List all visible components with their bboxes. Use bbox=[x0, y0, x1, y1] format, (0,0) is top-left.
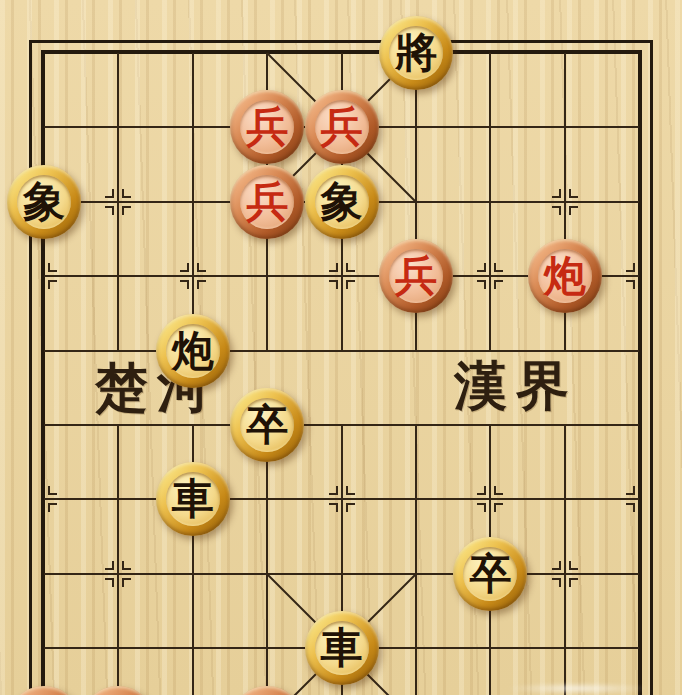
piece-red-soldier-1[interactable]: 兵 bbox=[230, 90, 304, 164]
piece-character: 將 bbox=[395, 32, 437, 74]
piece-face: 兵 bbox=[315, 100, 369, 154]
piece-face: 象 bbox=[17, 175, 71, 229]
piece-face: 將 bbox=[389, 26, 443, 80]
piece-black-elephant-1[interactable]: 象 bbox=[7, 165, 81, 239]
piece-face: 炮 bbox=[166, 324, 220, 378]
piece-character: 象 bbox=[321, 181, 363, 223]
xiangqi-board: 楚河 漢界 將兵兵象兵象兵炮炮卒車卒車 bbox=[0, 0, 682, 695]
piece-black-cannon-1[interactable]: 炮 bbox=[156, 314, 230, 388]
piece-character: 炮 bbox=[544, 255, 586, 297]
piece-black-soldier-2[interactable]: 卒 bbox=[453, 537, 527, 611]
light-reflection bbox=[505, 683, 650, 694]
piece-black-soldier-1[interactable]: 卒 bbox=[230, 388, 304, 462]
piece-character: 象 bbox=[23, 181, 65, 223]
piece-character: 車 bbox=[172, 478, 214, 520]
piece-red-cropped-1[interactable] bbox=[7, 686, 81, 695]
piece-face: 車 bbox=[166, 472, 220, 526]
piece-face: 炮 bbox=[538, 249, 592, 303]
piece-character: 兵 bbox=[395, 255, 437, 297]
piece-red-soldier-3[interactable]: 兵 bbox=[230, 165, 304, 239]
piece-black-chariot-2[interactable]: 車 bbox=[305, 611, 379, 685]
piece-character: 卒 bbox=[246, 404, 288, 446]
piece-face: 兵 bbox=[389, 249, 443, 303]
piece-red-soldier-4[interactable]: 兵 bbox=[379, 239, 453, 313]
piece-face: 象 bbox=[315, 175, 369, 229]
piece-character: 炮 bbox=[172, 330, 214, 372]
piece-face: 車 bbox=[315, 621, 369, 675]
piece-face: 兵 bbox=[240, 100, 294, 154]
piece-face: 卒 bbox=[240, 398, 294, 452]
pieces-layer: 將兵兵象兵象兵炮炮卒車卒車 bbox=[0, 0, 682, 695]
piece-red-cannon-1[interactable]: 炮 bbox=[528, 239, 602, 313]
piece-black-chariot-1[interactable]: 車 bbox=[156, 462, 230, 536]
piece-red-cropped-3[interactable] bbox=[230, 686, 304, 695]
piece-red-soldier-2[interactable]: 兵 bbox=[305, 90, 379, 164]
piece-face: 兵 bbox=[240, 175, 294, 229]
piece-character: 車 bbox=[321, 627, 363, 669]
piece-face: 卒 bbox=[463, 547, 517, 601]
piece-red-cropped-2[interactable] bbox=[81, 686, 155, 695]
piece-black-elephant-2[interactable]: 象 bbox=[305, 165, 379, 239]
piece-black-general[interactable]: 將 bbox=[379, 16, 453, 90]
piece-character: 兵 bbox=[246, 181, 288, 223]
piece-character: 兵 bbox=[246, 106, 288, 148]
piece-character: 兵 bbox=[321, 106, 363, 148]
piece-character: 卒 bbox=[469, 553, 511, 595]
